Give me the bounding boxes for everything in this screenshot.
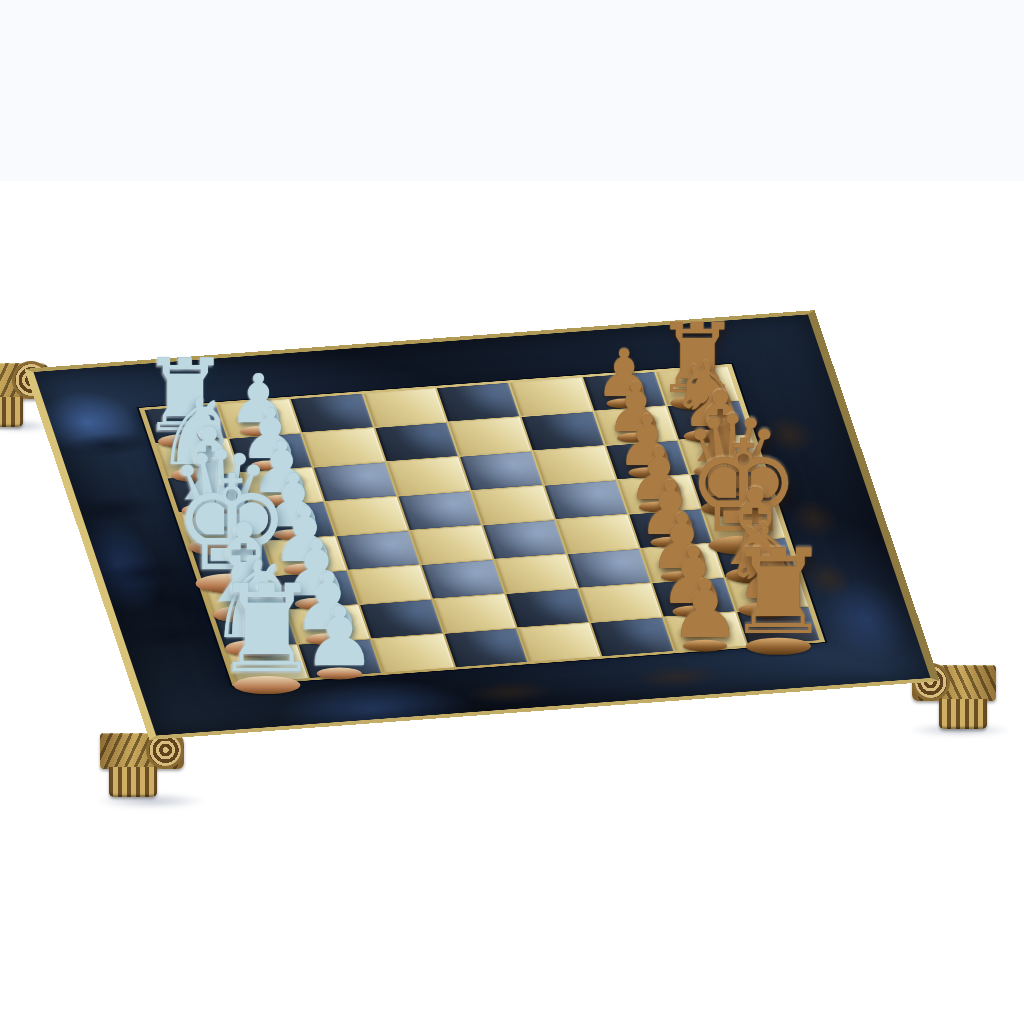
square-f2 — [275, 571, 357, 610]
chess-board-3d-wrapper: ♜♞♝♛♚♝♞♜♟♟♟♟♟♟♟♟♟♟♟♟♟♟♟♟♜♞♝♛♚♝♞♜ — [0, 0, 1024, 1024]
square-c7 — [606, 441, 688, 480]
square-a6 — [510, 377, 592, 416]
square-e3 — [337, 531, 419, 570]
square-c1 — [168, 473, 250, 512]
square-h4 — [445, 628, 527, 667]
square-e6 — [556, 515, 638, 554]
square-e2 — [264, 536, 346, 575]
product-photo-scene: ♜♞♝♛♚♝♞♜♟♟♟♟♟♟♟♟♟♟♟♟♟♟♟♟♜♞♝♛♚♝♞♜ — [0, 0, 1024, 1024]
square-c5 — [460, 451, 542, 490]
square-a1 — [144, 405, 226, 444]
square-e1 — [191, 542, 273, 581]
square-a5 — [437, 383, 519, 422]
square-f4 — [422, 560, 504, 599]
square-e7 — [629, 509, 711, 548]
square-f7 — [641, 544, 723, 583]
square-b5 — [448, 417, 530, 456]
square-a2 — [218, 399, 300, 438]
square-b3 — [302, 428, 384, 467]
square-d3 — [325, 497, 407, 536]
square-g6 — [579, 583, 661, 622]
square-f1 — [202, 576, 284, 615]
square-g5 — [506, 589, 588, 628]
square-a7 — [583, 372, 665, 411]
square-d1 — [179, 508, 261, 547]
square-h3 — [372, 634, 454, 673]
square-b8 — [668, 401, 750, 440]
square-a8 — [656, 367, 738, 406]
square-a3 — [291, 394, 373, 433]
playing-field — [139, 364, 825, 686]
square-c8 — [679, 435, 761, 474]
square-c2 — [241, 468, 323, 507]
square-f3 — [349, 565, 431, 604]
square-a4 — [364, 388, 446, 427]
foot-ribs — [939, 699, 987, 729]
square-b2 — [229, 433, 311, 472]
square-e8 — [702, 504, 784, 543]
square-g1 — [214, 610, 296, 649]
square-h2 — [299, 639, 381, 678]
square-g4 — [433, 594, 515, 633]
square-f6 — [568, 549, 650, 588]
square-c3 — [314, 462, 396, 501]
square-h1 — [226, 645, 308, 684]
square-g7 — [652, 578, 734, 617]
square-d7 — [618, 475, 700, 514]
square-b6 — [522, 412, 604, 451]
square-e4 — [410, 526, 492, 565]
square-h7 — [664, 612, 746, 651]
foot-ribs — [109, 767, 157, 797]
square-b1 — [156, 439, 238, 478]
board-foot-front — [100, 733, 184, 799]
square-d5 — [472, 486, 554, 525]
board-plate — [24, 310, 939, 740]
square-g2 — [287, 605, 369, 644]
square-b7 — [595, 406, 677, 445]
square-d8 — [691, 469, 773, 508]
square-b4 — [375, 423, 457, 462]
square-g8 — [726, 572, 808, 611]
square-c6 — [533, 446, 615, 485]
square-d4 — [398, 491, 480, 530]
square-e5 — [483, 520, 565, 559]
square-h6 — [591, 618, 673, 657]
square-h5 — [518, 623, 600, 662]
square-g3 — [360, 600, 442, 639]
square-h8 — [737, 607, 819, 646]
square-d6 — [545, 480, 627, 519]
square-c4 — [387, 457, 469, 496]
square-f8 — [714, 538, 796, 577]
square-f5 — [495, 554, 577, 593]
foot-ribs — [0, 397, 23, 427]
square-d2 — [252, 502, 334, 541]
